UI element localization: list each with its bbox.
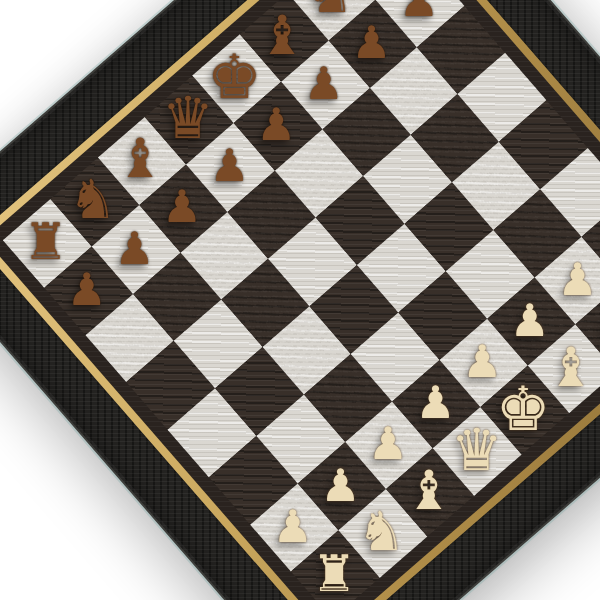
- black-knight-b8[interactable]: ♞: [69, 174, 117, 228]
- white-bishop-c1[interactable]: ♝: [404, 464, 452, 518]
- chess-board: ♜♞♝♛♚♝♞♜♟♟♟♟♟♟♟♟♟♟♟♟♟♟♟♟♜♞♝♛♚♝♞♜: [0, 0, 600, 600]
- black-bishop-f8[interactable]: ♝: [258, 9, 306, 63]
- white-pawn-c2[interactable]: ♟: [368, 421, 408, 466]
- white-knight-g1[interactable]: ♞: [594, 299, 600, 353]
- white-king-e1[interactable]: ♚: [496, 378, 551, 439]
- black-pawn-g7[interactable]: ♟: [351, 20, 391, 65]
- white-queen-d1[interactable]: ♛: [450, 421, 502, 479]
- black-pawn-e7[interactable]: ♟: [256, 102, 296, 147]
- black-pawn-a7[interactable]: ♟: [67, 267, 107, 312]
- black-pawn-f7[interactable]: ♟: [304, 61, 344, 106]
- white-pawn-b2[interactable]: ♟: [320, 462, 360, 507]
- board-frame: ♜♞♝♛♚♝♞♜♟♟♟♟♟♟♟♟♟♟♟♟♟♟♟♟♜♞♝♛♚♝♞♜: [0, 0, 600, 600]
- black-pawn-b7[interactable]: ♟: [114, 226, 154, 271]
- white-rook-a1[interactable]: ♜: [312, 548, 357, 598]
- white-pawn-g2[interactable]: ♟: [557, 257, 597, 302]
- white-pawn-d2[interactable]: ♟: [415, 380, 455, 425]
- white-pawn-f2[interactable]: ♟: [510, 298, 550, 343]
- board-inner-margin: ♜♞♝♛♚♝♞♜♟♟♟♟♟♟♟♟♟♟♟♟♟♟♟♟♜♞♝♛♚♝♞♜: [0, 0, 600, 600]
- photo-background: ♜♞♝♛♚♝♞♜♟♟♟♟♟♟♟♟♟♟♟♟♟♟♟♟♜♞♝♛♚♝♞♜: [0, 0, 600, 600]
- black-rook-a8[interactable]: ♜: [23, 217, 68, 267]
- black-queen-d8[interactable]: ♛: [162, 89, 214, 147]
- black-pawn-h7[interactable]: ♟: [398, 0, 438, 24]
- black-pawn-d7[interactable]: ♟: [209, 143, 249, 188]
- white-bishop-f1[interactable]: ♝: [546, 340, 594, 394]
- black-pawn-c7[interactable]: ♟: [162, 184, 202, 229]
- black-knight-g8[interactable]: ♞: [306, 0, 354, 22]
- black-king-e8[interactable]: ♚: [208, 46, 263, 107]
- black-bishop-c8[interactable]: ♝: [116, 132, 164, 186]
- white-pawn-a2[interactable]: ♟: [273, 504, 313, 549]
- white-knight-b1[interactable]: ♞: [357, 505, 405, 559]
- brass-trim: ♜♞♝♛♚♝♞♜♟♟♟♟♟♟♟♟♟♟♟♟♟♟♟♟♜♞♝♛♚♝♞♜: [0, 0, 600, 600]
